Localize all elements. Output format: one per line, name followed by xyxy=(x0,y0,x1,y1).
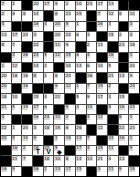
cell-number: 8 xyxy=(119,115,123,120)
cell-number: 8 xyxy=(108,105,112,110)
white-cell[interactable]: 9 xyxy=(129,146,139,155)
white-cell[interactable]: 8 xyxy=(65,156,75,165)
white-cell[interactable]: 12 xyxy=(97,115,107,124)
cell-number: 14 xyxy=(87,156,93,161)
white-cell[interactable]: 16 xyxy=(33,115,43,124)
cell-number: 17 xyxy=(97,1,103,6)
white-cell[interactable]: 3 xyxy=(76,105,86,114)
black-cell xyxy=(44,11,54,20)
white-cell[interactable]: 8 xyxy=(108,105,118,114)
cell-number: 3 xyxy=(33,125,37,130)
cell-number: 20 xyxy=(54,22,60,27)
cell-number: 14 xyxy=(87,105,93,110)
cell-number: 3 xyxy=(129,22,133,27)
white-cell[interactable]: 14 xyxy=(33,11,43,20)
cell-number: 12 xyxy=(65,84,71,89)
white-cell[interactable]: 15 xyxy=(76,167,86,176)
white-cell[interactable]: 20 xyxy=(33,1,43,10)
white-cell[interactable]: 22 xyxy=(119,125,129,134)
cell-number: 23 xyxy=(119,42,125,47)
given-letter-cell[interactable]: 22V xyxy=(44,146,54,155)
white-cell[interactable]: 25 xyxy=(76,11,86,20)
white-cell[interactable]: 12 xyxy=(54,53,64,62)
cell-number: 17 xyxy=(12,32,18,37)
cell-number: 10 xyxy=(22,136,28,141)
black-cell xyxy=(22,63,32,72)
white-cell[interactable]: 4 xyxy=(33,32,43,41)
cell-number: 5 xyxy=(44,53,48,58)
white-cell[interactable]: 23 xyxy=(87,1,97,10)
white-cell[interactable]: 5 xyxy=(108,63,118,72)
black-cell xyxy=(119,84,129,93)
white-cell[interactable]: 21 xyxy=(1,105,11,114)
cell-number: 26 xyxy=(76,125,82,130)
white-cell[interactable]: 2 xyxy=(12,1,22,10)
white-cell[interactable]: 1 xyxy=(76,84,86,93)
black-cell xyxy=(87,167,97,176)
cell-number: 18 xyxy=(12,73,18,78)
white-cell[interactable]: 17 xyxy=(97,94,107,103)
cell-number: 14 xyxy=(33,63,39,68)
cell-number: 8 xyxy=(76,53,80,58)
cell-number: 4 xyxy=(44,22,48,27)
white-cell[interactable]: 4 xyxy=(87,115,97,124)
cell-number: 3 xyxy=(108,22,112,27)
white-cell[interactable]: 1 xyxy=(1,63,11,72)
white-cell[interactable]: 6 xyxy=(54,11,64,20)
black-cell xyxy=(97,136,107,145)
white-cell[interactable]: 10 xyxy=(65,63,75,72)
cell-number: 4 xyxy=(33,32,37,37)
white-cell[interactable]: 10 xyxy=(97,63,107,72)
black-cell xyxy=(12,22,22,31)
white-cell[interactable]: 4 xyxy=(44,94,54,103)
white-cell[interactable]: 17 xyxy=(33,105,43,114)
white-cell[interactable]: 24 xyxy=(44,115,54,124)
black-cell xyxy=(87,125,97,134)
cell-number: 15 xyxy=(33,94,39,99)
cell-number: 9 xyxy=(33,136,37,141)
white-cell[interactable]: 21 xyxy=(97,156,107,165)
white-cell[interactable]: 22 xyxy=(33,42,43,51)
white-cell[interactable]: 5 xyxy=(65,22,75,31)
white-cell[interactable]: 9 xyxy=(33,136,43,145)
white-cell[interactable]: 6 xyxy=(54,73,64,82)
white-cell[interactable]: 13 xyxy=(1,32,11,41)
white-cell[interactable]: 9 xyxy=(65,42,75,51)
white-cell[interactable]: 17 xyxy=(65,167,75,176)
white-cell[interactable]: 14 xyxy=(87,156,97,165)
cell-number: 11 xyxy=(54,42,60,47)
white-cell[interactable]: 9 xyxy=(12,167,22,176)
white-cell[interactable]: 7 xyxy=(22,156,32,165)
black-cell xyxy=(54,63,64,72)
cell-number: 20 xyxy=(1,84,7,89)
white-cell[interactable]: 16 xyxy=(22,73,32,82)
white-cell[interactable]: 15 xyxy=(65,53,75,62)
white-cell[interactable]: 15 xyxy=(108,32,118,41)
white-cell[interactable]: 20 xyxy=(54,32,64,41)
white-cell[interactable]: 20 xyxy=(54,22,64,31)
white-cell[interactable]: 18 xyxy=(108,53,118,62)
white-cell[interactable]: 1 xyxy=(44,73,54,82)
cell-number: 4 xyxy=(1,115,5,120)
white-cell[interactable]: 15 xyxy=(119,94,129,103)
white-cell[interactable]: 24 xyxy=(22,125,32,134)
white-cell[interactable]: 1 xyxy=(65,1,75,10)
white-cell[interactable]: 18 xyxy=(1,94,11,103)
white-cell[interactable]: 24 xyxy=(22,32,32,41)
cell-number: 10 xyxy=(76,1,82,6)
cell-number: 9 xyxy=(129,73,133,78)
black-cell xyxy=(119,22,129,31)
white-cell[interactable]: 20 xyxy=(1,136,11,145)
cell-number: 2 xyxy=(119,32,123,37)
white-cell[interactable]: 4 xyxy=(1,22,11,31)
cell-number: 15 xyxy=(108,32,114,37)
black-cell xyxy=(97,32,107,41)
cell-number: 24 xyxy=(22,125,28,130)
white-cell[interactable]: 1 xyxy=(129,53,139,62)
white-cell[interactable]: 23 xyxy=(65,11,75,20)
white-cell[interactable]: 11 xyxy=(108,146,118,155)
white-cell[interactable]: 3 xyxy=(33,125,43,134)
white-cell[interactable]: 1 xyxy=(54,136,64,145)
cell-number: 10 xyxy=(129,11,135,16)
cell-number: 9 xyxy=(65,105,69,110)
white-cell[interactable]: 12 xyxy=(97,125,107,134)
cell-number: 7 xyxy=(87,136,91,141)
given-letter: V xyxy=(44,146,54,155)
cell-number: 8 xyxy=(1,42,5,47)
white-cell[interactable]: 12 xyxy=(1,125,11,134)
white-cell[interactable]: 14 xyxy=(76,63,86,72)
cell-number: 5 xyxy=(76,94,80,99)
cell-number: 23 xyxy=(65,11,71,16)
white-cell[interactable]: 13 xyxy=(76,136,86,145)
cell-number: 2 xyxy=(1,11,5,16)
cell-number: 6 xyxy=(76,32,80,37)
cell-number: 12 xyxy=(97,115,103,120)
white-cell[interactable]: 26 xyxy=(22,53,32,62)
cell-number: 13 xyxy=(119,156,125,161)
white-cell[interactable]: 21 xyxy=(12,156,22,165)
white-cell[interactable]: 5 xyxy=(12,136,22,145)
white-cell[interactable]: 2 xyxy=(44,63,54,72)
white-cell[interactable]: 13 xyxy=(119,156,129,165)
cell-number: 5 xyxy=(108,63,112,68)
white-cell[interactable]: 14 xyxy=(87,105,97,114)
black-cell xyxy=(119,63,129,72)
white-cell[interactable]: 6 xyxy=(87,63,97,72)
cell-number: 24 xyxy=(65,32,71,37)
white-cell[interactable]: 18 xyxy=(129,167,139,176)
white-cell[interactable]: 4 xyxy=(108,156,118,165)
cell-number: 5 xyxy=(65,22,69,27)
white-cell[interactable]: 14 xyxy=(76,156,86,165)
white-cell[interactable]: 7 xyxy=(87,84,97,93)
white-cell[interactable]: 17 xyxy=(76,146,86,155)
white-cell[interactable]: 8 xyxy=(76,53,86,62)
black-cell xyxy=(87,11,97,20)
cell-number: 10 xyxy=(54,156,60,161)
black-cell xyxy=(33,84,43,93)
cell-number: 1 xyxy=(12,125,16,130)
white-cell[interactable]: 18 xyxy=(44,125,54,134)
white-cell[interactable]: 8 xyxy=(22,11,32,20)
cell-number: 6 xyxy=(54,73,58,78)
white-cell[interactable]: 2 xyxy=(87,42,97,51)
black-cell xyxy=(108,42,118,51)
white-cell[interactable]: 2 xyxy=(1,11,11,20)
black-cell xyxy=(97,73,107,82)
white-cell[interactable]: 10 xyxy=(76,1,86,10)
white-cell[interactable]: 1 xyxy=(129,115,139,124)
white-cell[interactable]: 18 xyxy=(12,73,22,82)
cell-number: 9 xyxy=(12,167,16,172)
cell-number: 16 xyxy=(22,84,28,89)
white-cell[interactable]: 26 xyxy=(97,22,107,31)
white-cell[interactable]: 14 xyxy=(33,63,43,72)
cell-number: 7 xyxy=(97,11,101,16)
white-cell[interactable]: 2 xyxy=(108,84,118,93)
black-cell xyxy=(22,94,32,103)
black-cell xyxy=(76,42,86,51)
black-cell xyxy=(22,42,32,51)
black-cell xyxy=(12,115,22,124)
cell-number: 21 xyxy=(12,156,18,161)
white-cell[interactable]: 17 xyxy=(12,32,22,41)
cell-number: 10 xyxy=(65,63,71,68)
white-cell[interactable]: 4 xyxy=(87,146,97,155)
white-cell[interactable]: 24 xyxy=(65,32,75,41)
cell-number: 21 xyxy=(1,105,7,110)
white-cell[interactable]: 3 xyxy=(108,94,118,103)
cell-number: 16 xyxy=(1,167,7,172)
black-cell xyxy=(1,146,11,155)
white-cell[interactable]: 24 xyxy=(65,73,75,82)
white-cell[interactable]: 17 xyxy=(97,1,107,10)
white-cell[interactable]: 9 xyxy=(119,167,129,176)
white-cell[interactable]: 17 xyxy=(44,1,54,10)
black-cell xyxy=(44,84,54,93)
cell-number: 14 xyxy=(76,63,82,68)
white-cell[interactable]: 4 xyxy=(87,53,97,62)
white-cell[interactable]: 23 xyxy=(119,42,129,51)
cell-number: 24 xyxy=(65,73,71,78)
cell-number: 15 xyxy=(119,94,125,99)
white-cell[interactable]: 16 xyxy=(119,136,129,145)
white-cell[interactable]: 8 xyxy=(33,73,43,82)
white-cell[interactable]: 24 xyxy=(129,84,139,93)
cell-number: 24 xyxy=(33,53,39,58)
black-cell xyxy=(129,156,139,165)
cell-number: 1 xyxy=(129,136,133,141)
white-cell[interactable]: 6 xyxy=(44,105,54,114)
black-cell xyxy=(44,42,54,51)
white-cell[interactable]: 3 xyxy=(129,22,139,31)
cell-number: 12 xyxy=(108,11,114,16)
white-cell[interactable]: 3 xyxy=(108,22,118,31)
white-cell[interactable]: 7 xyxy=(1,1,11,10)
white-cell[interactable]: 1 xyxy=(12,125,22,134)
cell-number: 16 xyxy=(12,146,18,151)
cell-number: 9 xyxy=(54,1,58,6)
white-cell[interactable]: 20 xyxy=(1,84,11,93)
cell-number: 12 xyxy=(1,125,7,130)
white-cell[interactable]: 18 xyxy=(65,136,75,145)
cell-number: 17 xyxy=(97,94,103,99)
cell-number: 2 xyxy=(65,115,69,120)
white-cell[interactable]: 19 xyxy=(22,105,32,114)
white-cell[interactable]: 12 xyxy=(12,63,22,72)
white-cell[interactable]: 5 xyxy=(44,53,54,62)
white-cell[interactable]: 24 xyxy=(108,136,118,145)
white-cell[interactable]: 6 xyxy=(65,125,75,134)
white-cell[interactable]: 16 xyxy=(33,22,43,31)
white-cell[interactable]: 1 xyxy=(76,22,86,31)
white-cell[interactable]: 3 xyxy=(97,167,107,176)
cell-number: 18 xyxy=(44,125,50,130)
white-cell[interactable]: 16 xyxy=(22,84,32,93)
white-cell[interactable]: 21 xyxy=(108,73,118,82)
white-cell[interactable]: 4 xyxy=(44,22,54,31)
black-cell xyxy=(44,136,54,145)
white-cell[interactable]: 15 xyxy=(54,125,64,134)
white-cell[interactable]: 6 xyxy=(12,11,22,20)
black-cell xyxy=(87,22,97,31)
white-cell[interactable]: 16 xyxy=(1,167,11,176)
black-cell xyxy=(65,94,75,103)
cell-number: 12 xyxy=(97,125,103,130)
white-cell[interactable]: 10 xyxy=(129,11,139,20)
white-cell[interactable]: 18 xyxy=(44,156,54,165)
cell-number: 13 xyxy=(54,167,60,172)
black-cell xyxy=(33,156,43,165)
cell-number: 18 xyxy=(108,53,114,58)
white-cell[interactable]: 7 xyxy=(12,42,22,51)
black-cell xyxy=(108,115,118,124)
cell-number: 9 xyxy=(54,84,58,89)
white-cell[interactable]: 9 xyxy=(65,105,75,114)
cell-number: 13 xyxy=(76,136,82,141)
white-cell[interactable]: 13 xyxy=(97,42,107,51)
white-cell[interactable]: 10 xyxy=(22,136,32,145)
white-cell[interactable]: 3 xyxy=(87,32,97,41)
cell-number: 18 xyxy=(44,156,50,161)
white-cell[interactable]: 10 xyxy=(12,94,22,103)
white-cell[interactable]: 4 xyxy=(1,115,11,124)
black-cell xyxy=(129,1,139,10)
white-cell[interactable]: 24 xyxy=(33,53,43,62)
cell-number: 8 xyxy=(33,73,37,78)
cell-number: 8 xyxy=(65,156,69,161)
cell-number: 20 xyxy=(1,73,7,78)
white-cell[interactable]: 2 xyxy=(44,167,54,176)
white-cell[interactable]: 10 xyxy=(54,156,64,165)
white-cell[interactable]: 13 xyxy=(54,115,64,124)
cell-number: 18 xyxy=(129,167,135,172)
white-cell[interactable]: 2 xyxy=(22,146,32,155)
cell-number: 17 xyxy=(33,105,39,110)
white-cell[interactable]: 12 xyxy=(65,84,75,93)
white-cell[interactable]: 14 xyxy=(119,73,129,82)
cell-number: 16 xyxy=(33,22,39,27)
cell-number: 9 xyxy=(87,94,91,99)
white-cell[interactable]: 21 xyxy=(54,94,64,103)
white-cell[interactable]: 20 xyxy=(129,63,139,72)
cell-number: 10 xyxy=(97,63,103,68)
white-cell[interactable]: 8 xyxy=(1,42,11,51)
white-cell[interactable]: 25 xyxy=(97,146,107,155)
white-cell[interactable]: 7 xyxy=(87,136,97,145)
black-cell xyxy=(119,146,129,155)
black-cell xyxy=(119,1,129,10)
white-cell[interactable]: 16 xyxy=(33,167,43,176)
cell-number: 2 xyxy=(108,84,112,89)
cell-number: 26 xyxy=(97,22,103,27)
white-cell[interactable]: 18 xyxy=(129,42,139,51)
white-cell[interactable]: 12 xyxy=(108,11,118,20)
white-cell[interactable]: 26 xyxy=(76,125,86,134)
cell-number: 4 xyxy=(44,94,48,99)
white-cell[interactable]: 9 xyxy=(129,73,139,82)
cell-number: 3 xyxy=(87,32,91,37)
white-cell[interactable]: 4 xyxy=(129,32,139,41)
white-cell[interactable]: 23 xyxy=(129,125,139,134)
cell-number: 20 xyxy=(54,32,60,37)
white-cell[interactable]: 1 xyxy=(129,136,139,145)
cell-number: 16 xyxy=(22,73,28,78)
cell-number: 5 xyxy=(12,136,16,141)
cell-number: 4 xyxy=(108,156,112,161)
given-letter: T xyxy=(33,146,43,155)
white-cell[interactable]: 11 xyxy=(54,42,64,51)
white-cell[interactable]: 9 xyxy=(87,94,97,103)
white-cell[interactable]: 23 xyxy=(129,105,139,114)
white-cell[interactable]: 3 xyxy=(12,53,22,62)
white-cell[interactable]: 2 xyxy=(119,32,129,41)
white-cell[interactable]: 13 xyxy=(108,1,118,10)
white-cell[interactable]: 5 xyxy=(76,94,86,103)
white-cell[interactable]: 5 xyxy=(12,105,22,114)
cell-number: 4 xyxy=(129,32,133,37)
white-cell[interactable]: 20 xyxy=(1,73,11,82)
white-cell[interactable]: 2 xyxy=(65,115,75,124)
white-cell[interactable]: 19 xyxy=(97,84,107,93)
white-cell[interactable]: 8 xyxy=(119,11,129,20)
given-letter-cell[interactable]: 5◆ xyxy=(54,146,64,155)
cell-number: 22 xyxy=(119,125,125,130)
cell-number: 7 xyxy=(12,42,16,47)
white-cell[interactable]: 8 xyxy=(119,115,129,124)
cell-number: 1 xyxy=(129,115,133,120)
cell-number: 3 xyxy=(108,94,112,99)
white-cell[interactable]: 16 xyxy=(119,105,129,114)
given-letter-cell[interactable]: 18T xyxy=(33,146,43,155)
white-cell[interactable]: 9 xyxy=(54,1,64,10)
white-cell[interactable]: 13 xyxy=(54,167,64,176)
white-cell[interactable]: 16 xyxy=(12,146,22,155)
white-cell[interactable]: 9 xyxy=(54,84,64,93)
white-cell[interactable]: 7 xyxy=(97,11,107,20)
white-cell[interactable]: 11 xyxy=(108,167,118,176)
white-cell[interactable]: 16 xyxy=(87,73,97,82)
black-cell xyxy=(44,32,54,41)
white-cell[interactable]: 15 xyxy=(33,94,43,103)
white-cell[interactable]: 6 xyxy=(76,32,86,41)
cell-number: 13 xyxy=(97,42,103,47)
